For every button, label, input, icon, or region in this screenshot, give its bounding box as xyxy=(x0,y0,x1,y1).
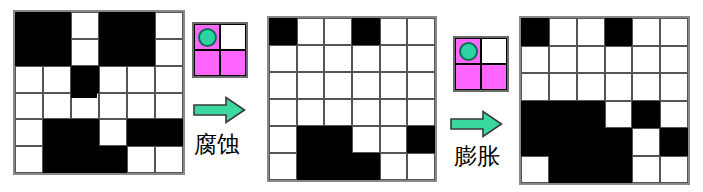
pixel-on xyxy=(549,128,577,156)
pixel-on xyxy=(71,119,99,146)
se-cell-origin xyxy=(194,24,220,50)
pixel-off xyxy=(269,45,297,72)
pixel-off xyxy=(269,99,297,126)
pixel-off xyxy=(660,156,688,184)
pixel-on xyxy=(297,126,325,153)
pixel-on xyxy=(43,119,71,146)
pixel-off xyxy=(660,73,688,101)
pixel-off xyxy=(407,153,435,180)
pixel-on xyxy=(269,18,297,45)
morphology-figure: 腐蚀 膨胀 xyxy=(0,0,703,192)
erosion-label: 腐蚀 xyxy=(185,131,249,157)
pixel-on xyxy=(99,39,127,66)
pixel-off xyxy=(407,18,435,45)
pixel-on xyxy=(127,12,155,39)
pixel-off xyxy=(43,66,71,93)
pixel-off xyxy=(269,72,297,99)
pixel-off xyxy=(352,72,380,99)
pixel-off xyxy=(605,46,633,74)
pixel-off xyxy=(660,18,688,46)
pixel-off xyxy=(324,18,352,45)
pixel-off xyxy=(71,39,99,66)
pixel-off xyxy=(15,146,43,173)
pixel-off xyxy=(71,12,99,39)
pixel-off xyxy=(407,45,435,72)
pixel-on xyxy=(99,146,127,173)
pixel-off xyxy=(297,72,325,99)
pixel-off xyxy=(380,18,408,45)
pixel-on xyxy=(15,12,43,39)
pixel-off xyxy=(549,73,577,101)
pixel-off xyxy=(632,128,660,156)
origin-marker-icon xyxy=(459,42,478,61)
pixel-off xyxy=(660,101,688,129)
erosion-arrow-icon xyxy=(193,96,246,124)
pixel-off xyxy=(99,93,127,120)
pixel-on xyxy=(324,126,352,153)
dilation-label: 膨胀 xyxy=(445,143,509,169)
pixel-off xyxy=(577,18,605,46)
dilation-arrow-icon xyxy=(450,110,503,138)
pixel-off xyxy=(43,93,71,120)
pixel-off xyxy=(577,73,605,101)
pixel-off xyxy=(549,18,577,46)
pixel-off xyxy=(15,119,43,146)
pixel-off xyxy=(632,46,660,74)
pixel-off xyxy=(380,99,408,126)
dilation-structuring-element xyxy=(453,36,509,92)
pixel-off xyxy=(127,66,155,93)
pixel-on xyxy=(43,146,71,173)
pixel-off xyxy=(155,66,183,93)
pixel-on xyxy=(15,39,43,66)
pixel-off xyxy=(324,45,352,72)
pixel-off xyxy=(324,72,352,99)
pixel-on xyxy=(632,101,660,129)
pixel-on xyxy=(521,18,549,46)
pixel-on xyxy=(127,39,155,66)
pixel-off xyxy=(352,45,380,72)
pixel-off xyxy=(407,99,435,126)
pixel-off xyxy=(15,93,43,120)
pixel-on xyxy=(71,146,99,173)
pixel-on xyxy=(324,153,352,180)
pixel-off xyxy=(521,156,549,184)
eroded-grid xyxy=(267,16,437,182)
pixel-off xyxy=(352,126,380,153)
pixel-off xyxy=(155,146,183,173)
pixel-off xyxy=(380,126,408,153)
pixel-off xyxy=(155,12,183,39)
pixel-off xyxy=(127,146,155,173)
pixel-off xyxy=(269,153,297,180)
pixel-off xyxy=(99,66,127,93)
pixel-off xyxy=(127,93,155,120)
pixel-off xyxy=(632,18,660,46)
pixel-off xyxy=(577,46,605,74)
pixel-on xyxy=(549,156,577,184)
pixel-on xyxy=(71,66,99,93)
pixel-on xyxy=(577,128,605,156)
pixel-off xyxy=(605,101,633,129)
origin-marker-icon xyxy=(198,28,217,47)
pixel-on xyxy=(43,39,71,66)
pixel-on xyxy=(407,126,435,153)
se-cell-origin xyxy=(455,38,481,64)
pixel-off xyxy=(632,156,660,184)
dilated-grid xyxy=(519,16,690,185)
pixel-off xyxy=(380,72,408,99)
se-cell-fill xyxy=(455,64,481,90)
pixel-off xyxy=(155,39,183,66)
pixel-off xyxy=(297,45,325,72)
pixel-on xyxy=(660,128,688,156)
pixel-off xyxy=(269,126,297,153)
se-cell-fill xyxy=(481,64,507,90)
pixel-on xyxy=(297,153,325,180)
se-cell-empty xyxy=(481,38,507,64)
erosion-structuring-element xyxy=(192,22,248,78)
input-grid xyxy=(13,10,185,175)
pixel-on xyxy=(155,119,183,146)
pixel-on xyxy=(549,101,577,129)
pixel-off xyxy=(15,66,43,93)
pixel-on xyxy=(99,12,127,39)
pixel-off xyxy=(407,72,435,99)
pixel-off xyxy=(324,99,352,126)
pixel-on xyxy=(521,101,549,129)
pixel-on xyxy=(605,128,633,156)
pixel-off xyxy=(297,99,325,126)
se-cell-fill xyxy=(194,50,220,76)
pixel-off xyxy=(297,18,325,45)
pixel-off xyxy=(632,73,660,101)
pixel-on xyxy=(352,18,380,45)
pixel-off xyxy=(549,46,577,74)
pixel-on xyxy=(605,18,633,46)
pixel-on xyxy=(577,156,605,184)
pixel-off xyxy=(521,46,549,74)
pixel-off xyxy=(352,99,380,126)
pixel-off xyxy=(155,93,183,120)
pixel-off xyxy=(380,45,408,72)
se-cell-fill xyxy=(220,50,246,76)
pixel-on xyxy=(352,153,380,180)
pixel-off xyxy=(605,73,633,101)
pixel-on xyxy=(605,156,633,184)
pixel-on xyxy=(521,128,549,156)
pixel-on xyxy=(127,119,155,146)
pixel-off xyxy=(99,119,127,146)
pixel-off xyxy=(660,46,688,74)
pixel-off xyxy=(380,153,408,180)
pixel-on xyxy=(43,12,71,39)
pixel-on xyxy=(577,101,605,129)
pixel-off xyxy=(521,73,549,101)
se-cell-empty xyxy=(220,24,246,50)
